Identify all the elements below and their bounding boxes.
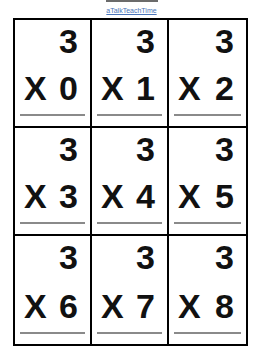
answer-line bbox=[20, 332, 85, 334]
multiplicand: 3 bbox=[59, 24, 78, 58]
multiplicand: 3 bbox=[136, 240, 155, 274]
multiply-sign: X bbox=[178, 289, 201, 323]
multiply-sign: X bbox=[178, 71, 201, 105]
multiplier: 7 bbox=[136, 289, 155, 323]
answer-line bbox=[97, 114, 162, 116]
multiplication-row: X 5 bbox=[178, 179, 234, 213]
multiplicand: 3 bbox=[59, 240, 78, 274]
multiplication-row: X 0 bbox=[24, 71, 78, 105]
multiply-sign: X bbox=[101, 289, 124, 323]
multiplication-row: X 6 bbox=[24, 289, 78, 323]
flashcard-grid: 3 X 0 3 X 1 3 X 2 3 X bbox=[13, 18, 248, 346]
watermark-link[interactable]: aTalkTeachTime bbox=[0, 7, 263, 15]
multiplication-row: X 3 bbox=[24, 179, 78, 213]
multiplication-row: X 4 bbox=[101, 179, 155, 213]
multiplication-row: X 7 bbox=[101, 289, 155, 323]
answer-line bbox=[174, 332, 241, 334]
multiplier: 5 bbox=[215, 179, 234, 213]
flash-card-3x5: 3 X 5 bbox=[169, 128, 246, 236]
flashcard-sheet: aTalkTeachTime 3 X 0 3 X 1 3 X 2 bbox=[0, 0, 263, 350]
multiply-sign: X bbox=[178, 179, 201, 213]
answer-line bbox=[174, 222, 241, 224]
page-top-mark bbox=[106, 0, 158, 2]
flash-card-3x1: 3 X 1 bbox=[92, 20, 169, 128]
multiplication-row: X 2 bbox=[178, 71, 234, 105]
flash-card-3x0: 3 X 0 bbox=[15, 20, 92, 128]
multiplicand: 3 bbox=[136, 132, 155, 166]
multiplicand: 3 bbox=[136, 24, 155, 58]
flash-card-3x2: 3 X 2 bbox=[169, 20, 246, 128]
flash-card-3x8: 3 X 8 bbox=[169, 236, 246, 344]
answer-line bbox=[97, 332, 162, 334]
multiplicand: 3 bbox=[215, 240, 234, 274]
multiplier: 6 bbox=[59, 289, 78, 323]
multiplier: 1 bbox=[136, 71, 155, 105]
flash-card-3x4: 3 X 4 bbox=[92, 128, 169, 236]
flash-card-3x6: 3 X 6 bbox=[15, 236, 92, 344]
multiply-sign: X bbox=[101, 179, 124, 213]
multiplier: 0 bbox=[59, 71, 78, 105]
multiplier: 3 bbox=[59, 179, 78, 213]
multiplier: 2 bbox=[215, 71, 234, 105]
multiplier: 8 bbox=[215, 289, 234, 323]
answer-line bbox=[20, 114, 85, 116]
multiply-sign: X bbox=[101, 71, 124, 105]
multiplication-row: X 8 bbox=[178, 289, 234, 323]
answer-line bbox=[20, 222, 85, 224]
multiplier: 4 bbox=[136, 179, 155, 213]
flash-card-3x3: 3 X 3 bbox=[15, 128, 92, 236]
multiply-sign: X bbox=[24, 71, 47, 105]
answer-line bbox=[174, 114, 241, 116]
multiplicand: 3 bbox=[215, 132, 234, 166]
multiplicand: 3 bbox=[215, 24, 234, 58]
answer-line bbox=[97, 222, 162, 224]
multiply-sign: X bbox=[24, 179, 47, 213]
multiply-sign: X bbox=[24, 289, 47, 323]
multiplication-row: X 1 bbox=[101, 71, 155, 105]
multiplicand: 3 bbox=[59, 132, 78, 166]
flash-card-3x7: 3 X 7 bbox=[92, 236, 169, 344]
